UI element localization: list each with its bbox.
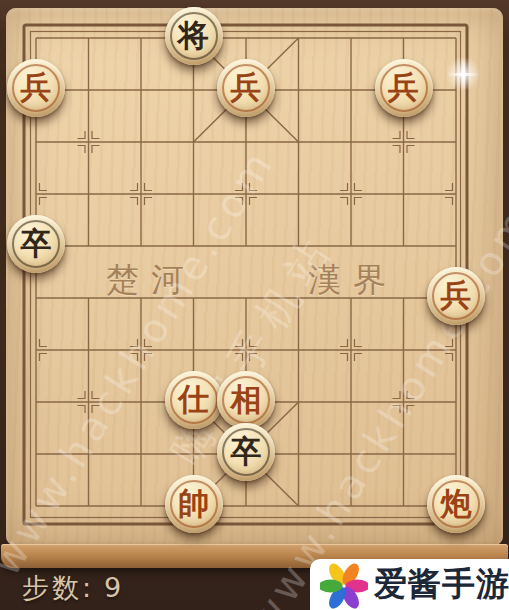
river-label-han-jie: 漢界 — [308, 263, 398, 296]
piece-glyph: 帥 — [178, 488, 209, 519]
xiangqi-game-screen: 楚河 漢界 www.hackhome.com 嗨客手机站 www.hackhom… — [0, 0, 509, 610]
piece-glyph: 炮 — [441, 488, 472, 519]
site-logo-text: 爱酱手游网 — [374, 562, 509, 607]
piece-glyph: 卒 — [231, 436, 262, 467]
river-label-chu-he: 楚河 — [106, 263, 196, 296]
piece-glyph: 将 — [178, 20, 209, 51]
piece-black-soldier[interactable]: 卒 — [217, 423, 275, 481]
move-counter-label: 步数: — [22, 572, 94, 603]
move-counter: 步数:9 — [22, 570, 121, 606]
piece-red-soldier[interactable]: 兵 — [7, 59, 65, 117]
flower-logo-icon — [320, 561, 368, 609]
piece-red-soldier[interactable]: 兵 — [375, 59, 433, 117]
piece-red-general[interactable]: 帥 — [165, 475, 223, 533]
site-logo-card: 爱酱手游网 — [310, 559, 509, 610]
piece-glyph: 卒 — [21, 228, 52, 259]
piece-glyph: 兵 — [231, 72, 262, 103]
piece-glyph: 仕 — [178, 384, 209, 415]
piece-glyph: 兵 — [21, 72, 52, 103]
piece-red-advisor[interactable]: 仕 — [165, 371, 223, 429]
piece-red-soldier[interactable]: 兵 — [427, 267, 485, 325]
piece-red-soldier[interactable]: 兵 — [217, 59, 275, 117]
piece-glyph: 兵 — [441, 280, 472, 311]
move-counter-value: 9 — [104, 572, 121, 603]
piece-black-soldier[interactable]: 卒 — [7, 215, 65, 273]
piece-red-cannon[interactable]: 炮 — [427, 475, 485, 533]
piece-glyph: 兵 — [388, 72, 419, 103]
piece-red-elephant[interactable]: 相 — [217, 371, 275, 429]
piece-black-general[interactable]: 将 — [165, 7, 223, 65]
piece-glyph: 相 — [231, 384, 262, 415]
